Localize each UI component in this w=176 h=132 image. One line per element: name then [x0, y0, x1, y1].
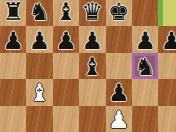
- square-f7[interactable]: ♟: [132, 26, 158, 52]
- square-c5[interactable]: [53, 79, 79, 105]
- square-a4[interactable]: [0, 106, 26, 132]
- black-pawn-c7[interactable]: ♟: [55, 28, 77, 52]
- square-a7[interactable]: ♟: [0, 26, 26, 52]
- white-pawn-e4[interactable]: ♟: [108, 107, 130, 131]
- square-e7[interactable]: [106, 26, 132, 52]
- square-g4[interactable]: [158, 106, 176, 132]
- black-pawn-d7[interactable]: ♟: [82, 28, 104, 52]
- chessboard-viewport: ♜♞♝♛♚♟♟♟♟♟♟♝♞♝♟♟: [0, 0, 176, 132]
- square-d4[interactable]: [79, 106, 105, 132]
- square-d5[interactable]: [79, 79, 105, 105]
- square-d7[interactable]: ♟: [79, 26, 105, 52]
- square-g8[interactable]: [158, 0, 176, 26]
- square-e6[interactable]: [106, 53, 132, 79]
- black-pawn-a7[interactable]: ♟: [2, 28, 24, 52]
- square-g5[interactable]: [158, 79, 176, 105]
- square-c7[interactable]: ♟: [53, 26, 79, 52]
- square-c4[interactable]: [53, 106, 79, 132]
- black-bishop-c8[interactable]: ♝: [55, 0, 77, 24]
- black-pawn-e5[interactable]: ♟: [108, 81, 130, 105]
- square-a6[interactable]: [0, 53, 26, 79]
- black-pawn-b7[interactable]: ♟: [29, 28, 51, 52]
- square-a8[interactable]: ♜: [0, 0, 26, 26]
- square-b8[interactable]: ♞: [26, 0, 52, 26]
- square-d6[interactable]: ♝: [79, 53, 105, 79]
- square-g6[interactable]: [158, 53, 176, 79]
- square-g7[interactable]: ♟: [158, 26, 176, 52]
- square-f5[interactable]: [132, 79, 158, 105]
- square-f4[interactable]: [132, 106, 158, 132]
- square-b7[interactable]: ♟: [26, 26, 52, 52]
- black-bishop-d6[interactable]: ♝: [82, 54, 104, 78]
- square-f8[interactable]: [132, 0, 158, 26]
- square-b6[interactable]: [26, 53, 52, 79]
- chessboard: ♜♞♝♛♚♟♟♟♟♟♟♝♞♝♟♟: [0, 0, 176, 132]
- black-rook-a8[interactable]: ♜: [2, 0, 24, 24]
- square-b4[interactable]: [26, 106, 52, 132]
- square-e5[interactable]: ♟: [106, 79, 132, 105]
- square-d8[interactable]: ♛: [79, 0, 105, 26]
- black-pawn-g7[interactable]: ♟: [161, 28, 176, 52]
- square-e8[interactable]: ♚: [106, 0, 132, 26]
- white-bishop-b5[interactable]: ♝: [29, 81, 51, 105]
- black-queen-d8[interactable]: ♛: [82, 0, 104, 24]
- square-f6[interactable]: ♞: [132, 53, 158, 79]
- black-knight-f6[interactable]: ♞: [134, 54, 156, 78]
- black-king-e8[interactable]: ♚: [108, 0, 130, 24]
- square-e4[interactable]: ♟: [106, 106, 132, 132]
- black-knight-b8[interactable]: ♞: [29, 0, 51, 24]
- black-pawn-f7[interactable]: ♟: [134, 28, 156, 52]
- square-a5[interactable]: [0, 79, 26, 105]
- square-c6[interactable]: [53, 53, 79, 79]
- square-c8[interactable]: ♝: [53, 0, 79, 26]
- square-b5[interactable]: ♝: [26, 79, 52, 105]
